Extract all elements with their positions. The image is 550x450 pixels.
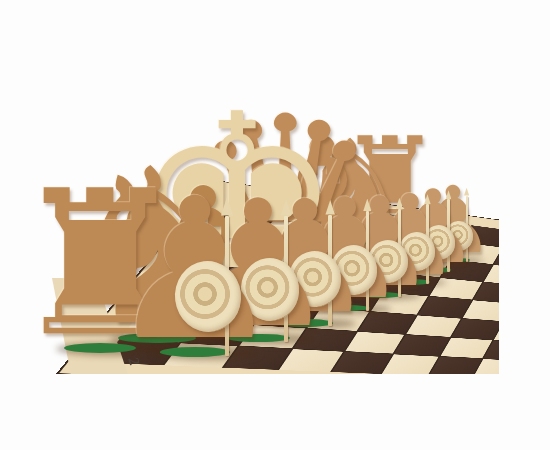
background-mask-bottom bbox=[0, 374, 550, 450]
background-mask-right bbox=[499, 0, 550, 450]
chess-set-photo: 2 ♜♞♝♛♚♝♞♜♟♟♟♟♟♟♟♟ bbox=[0, 0, 550, 450]
piece-white-pawn-h2: ♟ bbox=[98, 177, 293, 356]
